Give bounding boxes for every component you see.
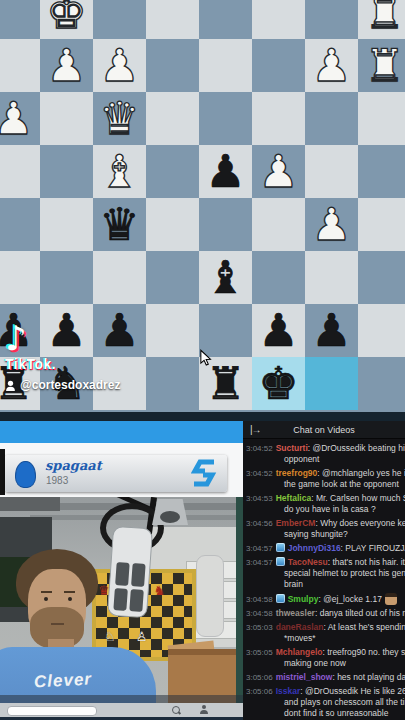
square-g3[interactable] bbox=[40, 92, 93, 145]
chat-message: 3:04:52treefrog90: @mchlangelo yes he is… bbox=[246, 468, 405, 490]
sub-badge-icon bbox=[276, 594, 285, 603]
chat-panel: |→ Chat on Videos 3:04:52Sucturti: @DrOu… bbox=[243, 421, 405, 720]
square-b1[interactable] bbox=[305, 0, 358, 39]
piece-black-p: ♟ bbox=[311, 304, 351, 357]
chat-timestamp: 3:04:57 bbox=[246, 558, 273, 567]
square-h5[interactable] bbox=[0, 198, 40, 251]
square-e1[interactable] bbox=[146, 0, 199, 39]
chat-text: hes not playing danya bbox=[337, 672, 405, 682]
square-c4[interactable]: ♟ bbox=[252, 145, 305, 198]
chat-message: 3:04:57TacoNesu: that's not his hair. it… bbox=[246, 557, 405, 590]
piece-black-q: ♛ bbox=[99, 198, 139, 251]
chat-username[interactable]: mistriel_show bbox=[276, 672, 333, 682]
square-b2[interactable]: ♟ bbox=[305, 39, 358, 92]
search-input[interactable] bbox=[7, 706, 97, 716]
square-c5[interactable] bbox=[252, 198, 305, 251]
square-f6[interactable] bbox=[93, 251, 146, 304]
chat-username[interactable]: thweasler bbox=[276, 608, 315, 618]
video-area[interactable]: spagaat 1983 ♛ ♝ ♞ bbox=[0, 421, 243, 720]
chat-message: 3:04:53Heftalica: Mr. Carlsen how much S… bbox=[246, 493, 405, 515]
square-f3[interactable]: ♛ bbox=[93, 92, 146, 145]
piece-black-p: ♟ bbox=[205, 145, 245, 198]
square-c7[interactable]: ♟ bbox=[252, 304, 305, 357]
profile-icon[interactable] bbox=[200, 705, 208, 714]
player-banner-blue bbox=[0, 421, 243, 443]
piece-white-q: ♛ bbox=[99, 92, 139, 145]
stream-region: spagaat 1983 ♛ ♝ ♞ bbox=[0, 421, 405, 720]
square-h6[interactable] bbox=[0, 251, 40, 304]
chat-username[interactable]: treefrog90 bbox=[276, 468, 318, 478]
edge-strip bbox=[236, 497, 243, 703]
chat-message: 3:05:05Mchlangelo: treefrog90 no. they s… bbox=[246, 647, 405, 669]
chess-board-region: ♚♜♟♟♟♜♟♛♝♟♟♛♟♝♟♟♟♟♟♜♞♜♚ ♪ TikTok. @corte… bbox=[0, 0, 405, 412]
square-h2[interactable] bbox=[0, 39, 40, 92]
person-icon bbox=[5, 380, 16, 391]
square-b8[interactable] bbox=[305, 357, 358, 410]
square-f2[interactable]: ♟ bbox=[93, 39, 146, 92]
chat-username[interactable]: Heftalica bbox=[276, 493, 311, 503]
square-a6[interactable] bbox=[358, 251, 405, 304]
shirt-logo-text: Clever bbox=[34, 669, 93, 692]
streamer-eye bbox=[68, 597, 72, 601]
square-e7[interactable] bbox=[146, 304, 199, 357]
creator-handle[interactable]: @cortesdoxadrez bbox=[5, 378, 120, 392]
chat-timestamp: 3:05:05 bbox=[246, 648, 273, 657]
tiktok-note-icon: ♪ bbox=[5, 318, 120, 358]
white-cylinder bbox=[196, 555, 224, 637]
chat-username[interactable]: Smulpy bbox=[288, 594, 319, 604]
piece-white-p: ♟ bbox=[311, 39, 351, 92]
emote-icon bbox=[385, 593, 397, 605]
streamer-eyebrow bbox=[41, 591, 52, 593]
mouse-cursor-icon bbox=[199, 349, 213, 367]
chat-username[interactable]: daneRaslan bbox=[276, 622, 324, 632]
piece-white-p: ♟ bbox=[0, 92, 34, 145]
chat-username[interactable]: Isskar bbox=[276, 686, 301, 696]
chat-username[interactable]: EmberCM bbox=[276, 518, 316, 528]
player-card: spagaat 1983 bbox=[5, 455, 227, 492]
square-b3[interactable] bbox=[305, 92, 358, 145]
chat-message: 3:05:06Isskar: @DrOussedik He is like 26… bbox=[246, 686, 405, 719]
square-c8[interactable]: ♚ bbox=[252, 357, 305, 410]
square-a4[interactable] bbox=[358, 145, 405, 198]
chat-message-list[interactable]: 3:04:52Sucturti: @DrOussedik beating his… bbox=[243, 439, 405, 720]
square-b4[interactable] bbox=[305, 145, 358, 198]
square-a8[interactable] bbox=[358, 357, 405, 410]
chat-header: |→ Chat on Videos bbox=[243, 421, 405, 439]
square-a2[interactable]: ♜ bbox=[358, 39, 405, 92]
browser-bottom-bar bbox=[0, 703, 243, 717]
square-d2[interactable] bbox=[199, 39, 252, 92]
square-g1[interactable]: ♚ bbox=[40, 0, 93, 39]
square-d4[interactable]: ♟ bbox=[199, 145, 252, 198]
square-g6[interactable] bbox=[40, 251, 93, 304]
square-d1[interactable] bbox=[199, 0, 252, 39]
sub-badge-icon bbox=[276, 543, 285, 552]
piece-white-p: ♟ bbox=[258, 145, 298, 198]
square-b7[interactable]: ♟ bbox=[305, 304, 358, 357]
ceiling-beam bbox=[0, 497, 60, 511]
divider-bar bbox=[0, 412, 405, 421]
piece-white-p: ♟ bbox=[99, 39, 139, 92]
tiktok-brand-label: TikTok. bbox=[5, 356, 120, 372]
square-e2[interactable] bbox=[146, 39, 199, 92]
chat-timestamp: 3:05:06 bbox=[246, 673, 273, 682]
chat-timestamp: 3:04:52 bbox=[246, 444, 273, 453]
square-f1[interactable] bbox=[93, 0, 146, 39]
tiktok-watermark: ♪ TikTok. @cortesdoxadrez bbox=[5, 318, 120, 392]
sub-badge-icon bbox=[276, 557, 285, 566]
square-e8[interactable] bbox=[146, 357, 199, 410]
piece-white-p: ♟ bbox=[311, 198, 351, 251]
streamer-eye bbox=[44, 597, 48, 601]
chat-message: 3:05:06mistriel_show: hes not playing da… bbox=[246, 672, 405, 683]
chat-timestamp: 3:04:56 bbox=[246, 519, 273, 528]
square-h4[interactable] bbox=[0, 145, 40, 198]
square-f4[interactable]: ♝ bbox=[93, 145, 146, 198]
square-c3[interactable] bbox=[252, 92, 305, 145]
chat-timestamp: 3:04:58 bbox=[246, 609, 273, 618]
chat-title: Chat on Videos bbox=[243, 425, 405, 435]
chat-username[interactable]: TacoNesu bbox=[288, 557, 328, 567]
chess24-logo-icon bbox=[191, 459, 217, 487]
chat-timestamp: 3:04:58 bbox=[246, 595, 273, 604]
piece-white-p: ♟ bbox=[46, 39, 86, 92]
chat-timestamp: 3:05:03 bbox=[246, 623, 273, 632]
square-g2[interactable]: ♟ bbox=[40, 39, 93, 92]
chat-text: danya tilted out of his mind bbox=[320, 608, 405, 618]
square-h3[interactable]: ♟ bbox=[0, 92, 40, 145]
square-g5[interactable] bbox=[40, 198, 93, 251]
demo-white-pieces: ♘ ♙ bbox=[104, 629, 155, 644]
chat-message: 3:04:52Sucturti: @DrOussedik beating his… bbox=[246, 443, 405, 465]
square-a7[interactable] bbox=[358, 304, 405, 357]
piece-white-b: ♝ bbox=[99, 145, 139, 198]
tiktok-video-frame: ♚♜♟♟♟♜♟♛♝♟♟♛♟♝♟♟♟♟♟♜♞♜♚ ♪ TikTok. @corte… bbox=[0, 0, 405, 720]
piece-white-k: ♚ bbox=[46, 0, 86, 39]
square-d6[interactable]: ♝ bbox=[199, 251, 252, 304]
square-e4[interactable] bbox=[146, 145, 199, 198]
chat-text: @ej_locke 1.17 bbox=[323, 594, 382, 604]
piece-black-b: ♝ bbox=[205, 251, 245, 304]
microphone-grill bbox=[113, 562, 145, 612]
search-icon[interactable] bbox=[172, 706, 180, 714]
chat-timestamp: 3:04:57 bbox=[246, 544, 273, 553]
chat-message: 3:05:03daneRaslan: At least he's spendin… bbox=[246, 622, 405, 644]
square-h1[interactable] bbox=[0, 0, 40, 39]
square-c1[interactable] bbox=[252, 0, 305, 39]
chat-username[interactable]: Mchlangelo bbox=[276, 647, 323, 657]
player-rating: 1983 bbox=[46, 475, 68, 486]
square-a3[interactable] bbox=[358, 92, 405, 145]
chat-message: 3:04:58Smulpy: @ej_locke 1.17 bbox=[246, 593, 405, 605]
square-b6[interactable] bbox=[305, 251, 358, 304]
creator-handle-label: @cortesdoxadrez bbox=[20, 378, 120, 392]
square-c6[interactable] bbox=[252, 251, 305, 304]
square-a1[interactable]: ♜ bbox=[358, 0, 405, 39]
light-fixture-inner bbox=[160, 511, 180, 523]
piece-black-p: ♟ bbox=[258, 304, 298, 357]
webcam-video[interactable]: ♛ ♝ ♞ ♘ ♙ Clever bbox=[0, 497, 243, 703]
square-e5[interactable] bbox=[146, 198, 199, 251]
chat-username[interactable]: JohnnyDi316 bbox=[288, 543, 341, 553]
avatar bbox=[15, 461, 36, 488]
square-d3[interactable] bbox=[199, 92, 252, 145]
chat-message: 3:04:57JohnnyDi316: PLAY FIROUZJA bbox=[246, 543, 405, 554]
chat-text: PLAY FIROUZJA bbox=[345, 543, 405, 553]
chat-timestamp: 3:04:52 bbox=[246, 469, 273, 478]
square-g4[interactable] bbox=[40, 145, 93, 198]
square-e6[interactable] bbox=[146, 251, 199, 304]
streamer-mouth bbox=[51, 623, 64, 625]
square-e3[interactable] bbox=[146, 92, 199, 145]
chat-username[interactable]: Sucturti bbox=[276, 443, 308, 453]
chat-timestamp: 3:05:06 bbox=[246, 687, 273, 696]
player-name: spagaat bbox=[45, 458, 102, 473]
webcam-bottom-shadow bbox=[0, 695, 243, 703]
piece-black-k: ♚ bbox=[258, 357, 298, 410]
square-d5[interactable] bbox=[199, 198, 252, 251]
chat-timestamp: 3:04:53 bbox=[246, 494, 273, 503]
chat-message: 3:04:56EmberCM: Why does everyone keep s… bbox=[246, 518, 405, 540]
chat-text: @DrOussedik He is like 2600 FIDE and pla… bbox=[284, 686, 405, 718]
piece-white-r: ♜ bbox=[364, 0, 404, 39]
square-a5[interactable] bbox=[358, 198, 405, 251]
piece-white-r: ♜ bbox=[364, 39, 404, 92]
square-c2[interactable] bbox=[252, 39, 305, 92]
chat-message: 3:04:58thweasler: danya tilted out of hi… bbox=[246, 608, 405, 619]
square-f5[interactable]: ♛ bbox=[93, 198, 146, 251]
streamer-eyebrow bbox=[64, 591, 75, 593]
square-b5[interactable]: ♟ bbox=[305, 198, 358, 251]
